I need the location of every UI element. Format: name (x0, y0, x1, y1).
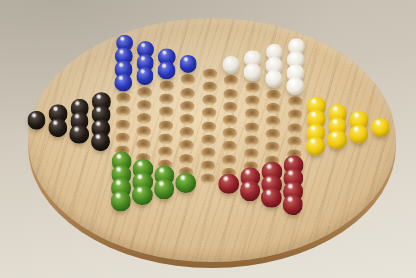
marble-blue[interactable] (179, 55, 197, 73)
board-hole[interactable] (244, 108, 259, 119)
board-hole[interactable] (287, 109, 302, 120)
marble-yellow[interactable] (306, 136, 326, 156)
board-hole[interactable] (180, 101, 195, 112)
board-hole[interactable] (115, 93, 130, 104)
marble-black[interactable] (69, 125, 89, 145)
board-hole[interactable] (265, 142, 280, 153)
marble-red[interactable] (218, 173, 239, 194)
board-hole[interactable] (223, 75, 238, 86)
photo-background (0, 0, 416, 278)
marble-black[interactable] (27, 111, 46, 130)
marble-white[interactable] (265, 70, 283, 88)
board-hole[interactable] (223, 88, 238, 99)
marble-red[interactable] (240, 180, 261, 201)
marble-green[interactable] (132, 185, 153, 206)
marble-green[interactable] (110, 191, 131, 212)
board-hole[interactable] (222, 154, 237, 165)
board-hole[interactable] (115, 106, 130, 117)
board-hole[interactable] (200, 174, 215, 185)
marble-green[interactable] (175, 172, 196, 193)
marble-blue[interactable] (114, 73, 132, 91)
marble-yellow[interactable] (371, 118, 390, 137)
board-hole[interactable] (245, 82, 260, 93)
marble-black[interactable] (91, 132, 111, 152)
marble-blue[interactable] (136, 67, 154, 85)
board-hole[interactable] (179, 114, 194, 125)
board-hole[interactable] (200, 147, 215, 158)
marble-black[interactable] (48, 118, 68, 138)
board-hole[interactable] (286, 136, 301, 147)
board-hole[interactable] (266, 89, 281, 100)
board-hole[interactable] (136, 139, 151, 150)
board-hole[interactable] (265, 116, 280, 127)
board-hole[interactable] (180, 87, 195, 98)
marble-white[interactable] (222, 56, 240, 74)
board-hole[interactable] (201, 94, 216, 105)
board-hole[interactable] (222, 115, 237, 126)
board-hole[interactable] (223, 101, 238, 112)
board-hole[interactable] (222, 141, 237, 152)
board-hole[interactable] (265, 129, 280, 140)
board-hole[interactable] (202, 68, 217, 79)
board-hole[interactable] (158, 107, 173, 118)
board-hole[interactable] (159, 80, 174, 91)
board-hole[interactable] (115, 132, 130, 143)
board-hole[interactable] (244, 122, 259, 133)
board-hole[interactable] (137, 100, 152, 111)
board-hole[interactable] (201, 121, 216, 132)
board-hole[interactable] (222, 128, 237, 139)
board-hole[interactable] (136, 126, 151, 137)
board-hole[interactable] (136, 113, 151, 124)
marble-yellow[interactable] (327, 130, 347, 150)
board-hole[interactable] (157, 146, 172, 157)
board-hole[interactable] (266, 102, 281, 113)
marble-blue[interactable] (158, 61, 176, 79)
board-hole[interactable] (179, 127, 194, 138)
board-hole[interactable] (287, 96, 302, 107)
board-hole[interactable] (200, 134, 215, 145)
board-hole[interactable] (202, 81, 217, 92)
marble-red[interactable] (282, 194, 303, 215)
board-hole[interactable] (158, 133, 173, 144)
board-field (26, 14, 399, 266)
board-hole[interactable] (180, 74, 195, 85)
board-hole[interactable] (243, 148, 258, 159)
marble-red[interactable] (261, 187, 282, 208)
chinese-checkers-board (28, 18, 396, 262)
board-hole[interactable] (244, 95, 259, 106)
board-hole[interactable] (115, 119, 130, 130)
board-hole[interactable] (179, 153, 194, 164)
marble-yellow[interactable] (349, 124, 369, 144)
marble-white[interactable] (286, 77, 304, 95)
marble-green[interactable] (154, 178, 175, 199)
board-hole[interactable] (158, 93, 173, 104)
board-hole[interactable] (243, 135, 258, 146)
board-hole[interactable] (287, 123, 302, 134)
board-hole[interactable] (179, 140, 194, 151)
marble-white[interactable] (244, 63, 262, 81)
board-hole[interactable] (137, 86, 152, 97)
board-hole[interactable] (200, 160, 215, 171)
board-hole[interactable] (158, 120, 173, 131)
board-hole[interactable] (201, 108, 216, 119)
